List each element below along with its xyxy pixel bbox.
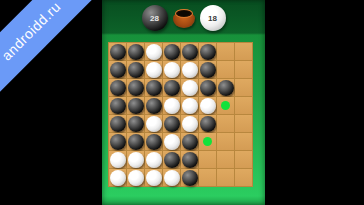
board-cell[interactable] xyxy=(163,151,180,168)
board-cell[interactable] xyxy=(217,79,234,96)
board-cell[interactable] xyxy=(181,43,198,60)
board-cell[interactable] xyxy=(163,133,180,150)
board-cell[interactable] xyxy=(181,133,198,150)
screenshot: androidd.ru 28 18 xyxy=(0,0,364,205)
white-stone xyxy=(146,44,162,60)
board-cell[interactable] xyxy=(199,79,216,96)
board-cell[interactable] xyxy=(181,151,198,168)
board-cell[interactable] xyxy=(217,61,234,78)
board-cell[interactable] xyxy=(217,115,234,132)
board-cell[interactable] xyxy=(181,115,198,132)
board-cell[interactable] xyxy=(235,61,252,78)
board-cell[interactable] xyxy=(109,169,126,186)
black-stone xyxy=(128,62,144,78)
board-cell[interactable] xyxy=(199,61,216,78)
board-cell[interactable] xyxy=(127,133,144,150)
black-stone xyxy=(164,152,180,168)
board-cell[interactable] xyxy=(145,43,162,60)
board-cell[interactable] xyxy=(145,79,162,96)
board-cell[interactable] xyxy=(235,151,252,168)
board-cell[interactable] xyxy=(199,169,216,186)
board-cell[interactable] xyxy=(163,43,180,60)
board-cell[interactable] xyxy=(109,97,126,114)
black-stone xyxy=(128,80,144,96)
black-stone xyxy=(200,62,216,78)
white-stone xyxy=(164,170,180,186)
black-score-counter: 28 xyxy=(142,5,168,31)
board-cell[interactable] xyxy=(163,79,180,96)
score-bar: 28 18 xyxy=(102,4,265,32)
board-cell[interactable] xyxy=(127,151,144,168)
board-cell[interactable] xyxy=(145,151,162,168)
board-cell[interactable] xyxy=(217,133,234,150)
board-cell[interactable] xyxy=(163,61,180,78)
legal-move-hint[interactable] xyxy=(203,137,212,146)
black-stone xyxy=(182,44,198,60)
white-stone xyxy=(110,152,126,168)
white-stone xyxy=(128,170,144,186)
white-score-counter: 18 xyxy=(200,5,226,31)
white-stone xyxy=(182,98,198,114)
black-stone xyxy=(200,116,216,132)
white-stone xyxy=(146,62,162,78)
board-cell[interactable] xyxy=(181,61,198,78)
white-stone xyxy=(164,62,180,78)
board-cell[interactable] xyxy=(109,61,126,78)
board-cell[interactable] xyxy=(217,43,234,60)
white-stone xyxy=(164,98,180,114)
black-stone xyxy=(110,80,126,96)
white-stone xyxy=(146,116,162,132)
board-cell[interactable] xyxy=(163,169,180,186)
watermark-text: androidd.ru xyxy=(0,0,64,64)
board-cell[interactable] xyxy=(199,151,216,168)
board-cell[interactable] xyxy=(181,79,198,96)
board-cell[interactable] xyxy=(145,169,162,186)
white-stone xyxy=(200,98,216,114)
board-cell[interactable] xyxy=(163,115,180,132)
board-cell[interactable] xyxy=(181,97,198,114)
black-stone xyxy=(146,98,162,114)
black-stone xyxy=(128,98,144,114)
black-stone xyxy=(182,152,198,168)
black-stone xyxy=(110,98,126,114)
board-cell[interactable] xyxy=(109,43,126,60)
black-stone xyxy=(146,134,162,150)
board-cell[interactable] xyxy=(109,133,126,150)
board-cell[interactable] xyxy=(163,97,180,114)
black-stone xyxy=(110,116,126,132)
white-stone xyxy=(110,170,126,186)
board-cell[interactable] xyxy=(127,43,144,60)
board-cell[interactable] xyxy=(127,61,144,78)
black-stone xyxy=(128,134,144,150)
board-cell[interactable] xyxy=(145,97,162,114)
board-cell[interactable] xyxy=(199,133,216,150)
black-stone xyxy=(164,44,180,60)
black-stone xyxy=(110,44,126,60)
bowl-opening xyxy=(175,9,193,18)
board-cell[interactable] xyxy=(235,97,252,114)
board-cell[interactable] xyxy=(109,151,126,168)
black-stone xyxy=(128,116,144,132)
white-stone xyxy=(128,152,144,168)
board-cell[interactable] xyxy=(235,79,252,96)
white-stone xyxy=(182,116,198,132)
white-stone xyxy=(146,152,162,168)
black-stone xyxy=(218,80,234,96)
black-stone xyxy=(182,134,198,150)
board-cell[interactable] xyxy=(235,133,252,150)
black-stone xyxy=(200,80,216,96)
black-stone xyxy=(146,80,162,96)
board-cell[interactable] xyxy=(235,43,252,60)
board-cell[interactable] xyxy=(181,169,198,186)
watermark-ribbon: androidd.ru xyxy=(0,0,117,117)
black-stone xyxy=(128,44,144,60)
game-screen: 28 18 xyxy=(102,0,265,205)
board-cell[interactable] xyxy=(109,115,126,132)
board-cell[interactable] xyxy=(145,61,162,78)
black-score-value: 28 xyxy=(150,14,159,23)
black-stone xyxy=(164,116,180,132)
board-cell[interactable] xyxy=(217,151,234,168)
board-cell[interactable] xyxy=(145,115,162,132)
board xyxy=(108,42,253,187)
black-stone xyxy=(164,80,180,96)
black-stone xyxy=(110,134,126,150)
board-cell[interactable] xyxy=(217,169,234,186)
white-stone xyxy=(164,134,180,150)
board-cell[interactable] xyxy=(127,79,144,96)
legal-move-hint[interactable] xyxy=(221,101,230,110)
black-stone xyxy=(200,44,216,60)
board-cell[interactable] xyxy=(109,79,126,96)
black-stone xyxy=(110,62,126,78)
board-cell[interactable] xyxy=(235,115,252,132)
white-stone xyxy=(182,80,198,96)
white-score-value: 18 xyxy=(208,14,217,23)
board-cell[interactable] xyxy=(199,115,216,132)
board-cell[interactable] xyxy=(145,133,162,150)
board-cell[interactable] xyxy=(217,97,234,114)
white-stone xyxy=(146,170,162,186)
board-cell[interactable] xyxy=(127,115,144,132)
black-stone xyxy=(182,170,198,186)
board-cell[interactable] xyxy=(127,169,144,186)
board-cell[interactable] xyxy=(235,169,252,186)
board-cell[interactable] xyxy=(199,43,216,60)
white-stone xyxy=(182,62,198,78)
board-cell[interactable] xyxy=(127,97,144,114)
stone-bowl-icon xyxy=(172,7,196,29)
board-cell[interactable] xyxy=(199,97,216,114)
